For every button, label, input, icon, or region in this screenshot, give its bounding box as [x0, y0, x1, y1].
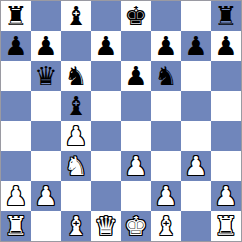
square-b5[interactable] — [31, 91, 61, 121]
white-bishop[interactable]: ♝ — [154, 213, 177, 239]
square-f7[interactable]: ♟ — [151, 31, 181, 61]
white-pawn[interactable]: ♟ — [154, 183, 177, 209]
square-f8[interactable] — [151, 1, 181, 31]
square-d3[interactable] — [91, 151, 121, 181]
square-e8[interactable]: ♚ — [121, 1, 151, 31]
square-g3[interactable]: ♟ — [181, 151, 211, 181]
square-c4[interactable]: ♟ — [61, 121, 91, 151]
black-king[interactable]: ♚ — [124, 3, 147, 29]
black-knight[interactable]: ♞ — [64, 63, 87, 89]
black-pawn[interactable]: ♟ — [214, 33, 237, 59]
square-f6[interactable]: ♞ — [151, 61, 181, 91]
square-c1[interactable]: ♝ — [61, 211, 91, 241]
square-f3[interactable] — [151, 151, 181, 181]
square-c8[interactable]: ♝ — [61, 1, 91, 31]
square-d1[interactable]: ♛ — [91, 211, 121, 241]
square-g7[interactable]: ♟ — [181, 31, 211, 61]
square-a3[interactable] — [1, 151, 31, 181]
square-h5[interactable] — [211, 91, 241, 121]
square-d2[interactable] — [91, 181, 121, 211]
square-e2[interactable] — [121, 181, 151, 211]
square-h8[interactable]: ♜ — [211, 1, 241, 31]
square-f5[interactable] — [151, 91, 181, 121]
white-pawn[interactable]: ♟ — [34, 183, 57, 209]
chess-board: ♜♝♚♜♟♟♟♟♟♟♛♞♟♞♝♟♞♟♟♟♟♟♟♜♝♛♚♝♜ — [0, 0, 242, 242]
white-knight[interactable]: ♞ — [64, 153, 87, 179]
square-b3[interactable] — [31, 151, 61, 181]
square-g8[interactable] — [181, 1, 211, 31]
black-knight[interactable]: ♞ — [154, 63, 177, 89]
square-h4[interactable] — [211, 121, 241, 151]
square-a7[interactable]: ♟ — [1, 31, 31, 61]
square-d5[interactable] — [91, 91, 121, 121]
white-pawn[interactable]: ♟ — [124, 153, 147, 179]
black-pawn[interactable]: ♟ — [4, 33, 27, 59]
square-f1[interactable]: ♝ — [151, 211, 181, 241]
square-g2[interactable] — [181, 181, 211, 211]
black-rook[interactable]: ♜ — [4, 3, 27, 29]
square-e1[interactable]: ♚ — [121, 211, 151, 241]
square-b8[interactable] — [31, 1, 61, 31]
black-rook[interactable]: ♜ — [214, 3, 237, 29]
black-pawn[interactable]: ♟ — [154, 33, 177, 59]
black-bishop[interactable]: ♝ — [64, 93, 87, 119]
white-pawn[interactable]: ♟ — [184, 153, 207, 179]
square-g5[interactable] — [181, 91, 211, 121]
square-a4[interactable] — [1, 121, 31, 151]
square-h7[interactable]: ♟ — [211, 31, 241, 61]
white-bishop[interactable]: ♝ — [64, 213, 87, 239]
square-b4[interactable] — [31, 121, 61, 151]
square-e3[interactable]: ♟ — [121, 151, 151, 181]
square-h2[interactable]: ♟ — [211, 181, 241, 211]
square-c2[interactable] — [61, 181, 91, 211]
white-pawn[interactable]: ♟ — [64, 123, 87, 149]
white-pawn[interactable]: ♟ — [4, 183, 27, 209]
black-queen[interactable]: ♛ — [34, 63, 57, 89]
square-g1[interactable] — [181, 211, 211, 241]
square-h3[interactable] — [211, 151, 241, 181]
black-pawn[interactable]: ♟ — [184, 33, 207, 59]
square-h6[interactable] — [211, 61, 241, 91]
square-f4[interactable] — [151, 121, 181, 151]
square-b6[interactable]: ♛ — [31, 61, 61, 91]
square-a2[interactable]: ♟ — [1, 181, 31, 211]
black-pawn[interactable]: ♟ — [124, 63, 147, 89]
square-e4[interactable] — [121, 121, 151, 151]
square-d4[interactable] — [91, 121, 121, 151]
white-rook[interactable]: ♜ — [4, 213, 27, 239]
square-g4[interactable] — [181, 121, 211, 151]
white-queen[interactable]: ♛ — [94, 213, 117, 239]
square-c5[interactable]: ♝ — [61, 91, 91, 121]
square-d8[interactable] — [91, 1, 121, 31]
black-pawn[interactable]: ♟ — [94, 33, 117, 59]
square-a1[interactable]: ♜ — [1, 211, 31, 241]
square-d6[interactable] — [91, 61, 121, 91]
square-a8[interactable]: ♜ — [1, 1, 31, 31]
black-bishop[interactable]: ♝ — [64, 3, 87, 29]
square-d7[interactable]: ♟ — [91, 31, 121, 61]
square-c3[interactable]: ♞ — [61, 151, 91, 181]
white-rook[interactable]: ♜ — [214, 213, 237, 239]
square-a6[interactable] — [1, 61, 31, 91]
square-b7[interactable]: ♟ — [31, 31, 61, 61]
square-g6[interactable] — [181, 61, 211, 91]
square-f2[interactable]: ♟ — [151, 181, 181, 211]
square-e5[interactable] — [121, 91, 151, 121]
square-e6[interactable]: ♟ — [121, 61, 151, 91]
square-h1[interactable]: ♜ — [211, 211, 241, 241]
square-b2[interactable]: ♟ — [31, 181, 61, 211]
white-king[interactable]: ♚ — [124, 213, 147, 239]
square-b1[interactable] — [31, 211, 61, 241]
black-pawn[interactable]: ♟ — [34, 33, 57, 59]
white-pawn[interactable]: ♟ — [214, 183, 237, 209]
square-c6[interactable]: ♞ — [61, 61, 91, 91]
square-a5[interactable] — [1, 91, 31, 121]
square-c7[interactable] — [61, 31, 91, 61]
square-e7[interactable] — [121, 31, 151, 61]
